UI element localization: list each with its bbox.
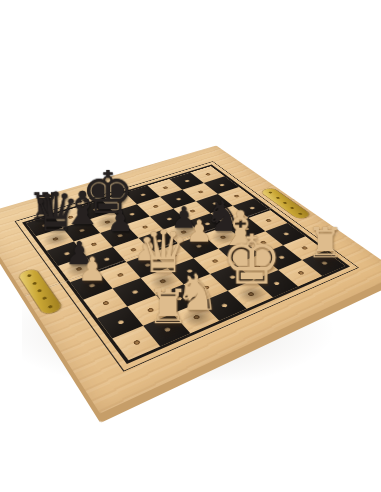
chess-set-photo: ♜♛♝♚♟♟♟♟♟♟♞♛♝♜♞♚♜ [0, 0, 381, 492]
peg-hole [92, 208, 98, 211]
peg-hole [103, 257, 110, 261]
square-h1: ♜ [302, 251, 345, 276]
peg-hole [101, 300, 109, 305]
peg-hole [300, 246, 307, 250]
peg-hole [132, 339, 140, 345]
peg-hole [170, 253, 177, 257]
peg-hole [220, 303, 228, 308]
peg-hole [242, 227, 249, 231]
peg-hole [183, 179, 189, 182]
peg-hole [141, 225, 148, 229]
peg-hole [152, 205, 158, 208]
peg-hole [189, 209, 195, 212]
piece-shadow [306, 252, 346, 275]
peg-hole [277, 255, 284, 259]
peg-hole [116, 273, 123, 278]
peg-hole [211, 259, 218, 263]
peg-hole [248, 206, 254, 209]
peg-hole [146, 307, 154, 312]
brass-hinge-left-icon [18, 268, 63, 315]
peg-hole [155, 239, 162, 243]
peg-hole [90, 242, 97, 246]
peg-hole [116, 200, 122, 203]
perspective-scene: ♜♛♝♚♟♟♟♟♟♟♞♛♝♜♞♚♜ [0, 0, 381, 492]
peg-hole [202, 285, 210, 290]
peg-hole [259, 240, 266, 244]
peg-hole [211, 202, 217, 205]
peg-hole [174, 296, 182, 301]
peg-hole [128, 212, 134, 216]
peg-hole [130, 289, 138, 294]
peg-hole [162, 186, 168, 189]
peg-hole [226, 214, 233, 218]
peg-hole [233, 194, 239, 197]
peg-hole [185, 269, 192, 274]
peg-hole [265, 219, 272, 223]
peg-hole [129, 248, 136, 252]
peg-hole [228, 275, 235, 280]
peg-hole [67, 215, 73, 219]
peg-hole [203, 222, 210, 226]
peg-hole [175, 197, 181, 200]
peg-hole [204, 173, 210, 176]
checkered-grid: ♜♛♝♚♟♟♟♟♟♟♞♛♝♜♞♚♜ [22, 165, 350, 365]
peg-hole [253, 265, 260, 269]
chess-board: ♜♛♝♚♟♟♟♟♟♟♞♛♝♜♞♚♜ [0, 146, 381, 414]
peg-hole [139, 193, 145, 196]
peg-hole [296, 271, 304, 276]
peg-hole [165, 217, 171, 221]
peg-hole [218, 183, 224, 186]
peg-hole [272, 281, 280, 286]
peg-hole [63, 251, 70, 255]
peg-hole [116, 319, 124, 325]
peg-hole [197, 190, 203, 193]
peg-hole [282, 232, 289, 236]
